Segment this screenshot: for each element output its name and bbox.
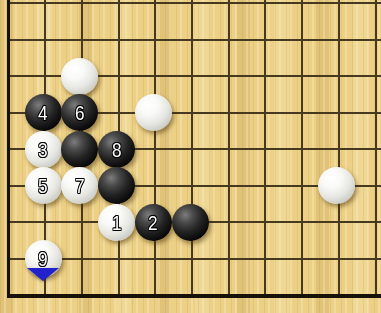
- stone-move-number: 4: [38, 102, 48, 123]
- stone-black: [172, 204, 209, 241]
- stone-white-move-7: 7: [61, 167, 98, 204]
- stone-move-number: 6: [75, 102, 85, 123]
- last-move-marker-triangle-icon: [27, 268, 59, 281]
- stone-move-number: 8: [112, 139, 122, 160]
- stone-black-move-8: 8: [98, 131, 135, 168]
- board-horizontal-line: [8, 258, 381, 260]
- stone-white: [61, 58, 98, 95]
- board-horizontal-line: [8, 39, 381, 41]
- stone-white-move-1: 1: [98, 204, 135, 241]
- stone-white-move-5: 5: [25, 167, 62, 204]
- stone-black-move-6: 6: [61, 94, 98, 131]
- go-board[interactable]: 463857129: [0, 0, 381, 313]
- stone-black: [61, 131, 98, 168]
- board-horizontal-line: [8, 2, 381, 4]
- board-left-edge: [7, 0, 10, 298]
- stone-black-move-2: 2: [135, 204, 172, 241]
- stone-white: [318, 167, 355, 204]
- stone-move-number: 3: [38, 139, 48, 160]
- stone-move-number: 7: [75, 175, 85, 196]
- stone-move-number: 1: [112, 212, 122, 233]
- stone-move-number: 2: [149, 212, 159, 233]
- go-app-window: 463857129: [0, 0, 381, 313]
- stone-black: [98, 167, 135, 204]
- stone-white-move-3: 3: [25, 131, 62, 168]
- stone-white: [135, 94, 172, 131]
- board-bottom-edge: [7, 294, 381, 298]
- stone-move-number: 9: [38, 248, 48, 269]
- stone-move-number: 5: [38, 175, 48, 196]
- stone-black-move-4: 4: [25, 94, 62, 131]
